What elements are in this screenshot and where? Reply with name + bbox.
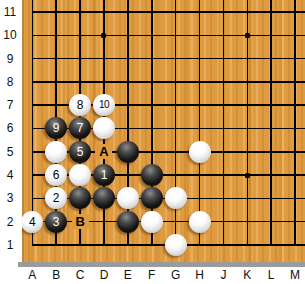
intersection[interactable] [235, 117, 259, 140]
intersection[interactable] [188, 210, 212, 233]
intersection[interactable] [283, 0, 305, 23]
point-label: A [95, 144, 112, 159]
column-coordinates: ABCDEFGHJKLM [20, 266, 305, 284]
intersection[interactable] [116, 0, 140, 23]
intersection[interactable] [68, 233, 92, 256]
col-label: G [164, 266, 188, 284]
row-label: 9 [0, 47, 20, 70]
move-number: 3 [53, 216, 60, 228]
intersection[interactable] [259, 94, 283, 117]
intersection[interactable] [259, 70, 283, 93]
intersection[interactable] [44, 70, 68, 93]
intersection[interactable] [68, 70, 92, 93]
intersection[interactable] [164, 163, 188, 186]
intersection[interactable] [283, 94, 305, 117]
intersection[interactable] [235, 70, 259, 93]
col-label: F [140, 266, 164, 284]
intersection[interactable] [44, 47, 68, 70]
col-label: E [116, 266, 140, 284]
stone-white [45, 141, 67, 163]
intersection[interactable] [188, 140, 212, 163]
intersection[interactable] [283, 140, 305, 163]
intersection[interactable] [211, 94, 235, 117]
row-label: 8 [0, 70, 20, 93]
intersection[interactable] [164, 140, 188, 163]
stone-white: 6 [45, 164, 67, 186]
move-number: 5 [77, 146, 84, 158]
intersection[interactable]: 2 [44, 187, 68, 210]
intersection[interactable] [22, 163, 44, 186]
intersection[interactable] [259, 47, 283, 70]
row-label: 4 [0, 163, 20, 186]
intersection[interactable] [211, 140, 235, 163]
intersection[interactable] [211, 187, 235, 210]
intersection[interactable] [235, 94, 259, 117]
intersection[interactable] [22, 70, 44, 93]
intersection[interactable] [188, 187, 212, 210]
intersection[interactable] [235, 210, 259, 233]
board-grid: 810975A61243B [22, 0, 305, 256]
intersection[interactable] [44, 233, 68, 256]
intersection[interactable] [140, 187, 164, 210]
intersection[interactable] [211, 70, 235, 93]
intersection[interactable] [22, 47, 44, 70]
intersection[interactable] [283, 187, 305, 210]
intersection[interactable] [235, 0, 259, 23]
intersection[interactable] [235, 187, 259, 210]
intersection[interactable] [164, 117, 188, 140]
intersection[interactable] [92, 187, 116, 210]
row-label: 3 [0, 187, 20, 210]
intersection[interactable] [283, 24, 305, 47]
intersection[interactable]: 4 [22, 210, 44, 233]
intersection[interactable] [22, 0, 44, 23]
intersection[interactable] [259, 117, 283, 140]
intersection[interactable] [283, 233, 305, 256]
stone-black [117, 211, 139, 233]
intersection[interactable] [116, 187, 140, 210]
intersection[interactable] [188, 94, 212, 117]
stone-black: 3 [45, 211, 67, 233]
stone-black [141, 164, 163, 186]
intersection[interactable] [283, 117, 305, 140]
intersection[interactable] [235, 24, 259, 47]
stone-black: 7 [69, 117, 91, 139]
intersection[interactable] [44, 0, 68, 23]
stone-black: 9 [45, 117, 67, 139]
intersection[interactable] [188, 24, 212, 47]
intersection[interactable] [211, 210, 235, 233]
stone-black: 5 [69, 141, 91, 163]
intersection[interactable] [188, 117, 212, 140]
star-point [245, 33, 250, 38]
col-label: D [92, 266, 116, 284]
stone-white: 2 [45, 187, 67, 209]
intersection[interactable] [259, 24, 283, 47]
intersection[interactable] [164, 233, 188, 256]
intersection[interactable] [188, 47, 212, 70]
col-label: L [259, 266, 283, 284]
intersection[interactable] [283, 210, 305, 233]
intersection[interactable] [68, 24, 92, 47]
intersection[interactable] [116, 117, 140, 140]
intersection[interactable] [211, 163, 235, 186]
stone-white [141, 211, 163, 233]
intersection[interactable] [259, 233, 283, 256]
stone-black [93, 187, 115, 209]
board-surface: 810975A61243B [22, 0, 305, 262]
intersection[interactable] [140, 94, 164, 117]
col-label: J [211, 266, 235, 284]
move-number: 9 [53, 122, 60, 134]
intersection[interactable] [164, 210, 188, 233]
intersection[interactable] [92, 210, 116, 233]
intersection[interactable] [116, 140, 140, 163]
intersection[interactable] [68, 163, 92, 186]
intersection[interactable]: A [92, 140, 116, 163]
stone-white: 10 [93, 94, 115, 116]
intersection[interactable] [164, 70, 188, 93]
intersection[interactable] [140, 0, 164, 23]
intersection[interactable] [235, 233, 259, 256]
stone-black [141, 187, 163, 209]
intersection[interactable] [211, 24, 235, 47]
intersection[interactable] [211, 47, 235, 70]
intersection[interactable] [211, 0, 235, 23]
intersection[interactable] [22, 233, 44, 256]
intersection[interactable] [283, 163, 305, 186]
intersection[interactable]: 9 [44, 117, 68, 140]
intersection[interactable] [188, 163, 212, 186]
intersection[interactable] [259, 210, 283, 233]
row-label: 7 [0, 94, 20, 117]
intersection[interactable] [140, 233, 164, 256]
row-label: 6 [0, 117, 20, 140]
star-point [101, 33, 106, 38]
move-number: 6 [53, 169, 60, 181]
move-number: 1 [101, 169, 108, 181]
intersection[interactable] [44, 24, 68, 47]
col-label: H [188, 266, 212, 284]
intersection[interactable] [235, 163, 259, 186]
intersection[interactable] [164, 94, 188, 117]
intersection[interactable] [164, 187, 188, 210]
intersection[interactable] [22, 117, 44, 140]
col-label: B [44, 266, 68, 284]
intersection[interactable]: 6 [44, 163, 68, 186]
intersection[interactable] [140, 140, 164, 163]
row-label: 5 [0, 140, 20, 163]
intersection[interactable] [235, 47, 259, 70]
stone-white [189, 211, 211, 233]
intersection[interactable] [140, 210, 164, 233]
row-label: 1 [0, 233, 20, 256]
move-number: 7 [77, 122, 84, 134]
intersection[interactable] [92, 47, 116, 70]
intersection[interactable] [116, 94, 140, 117]
intersection[interactable] [259, 140, 283, 163]
intersection[interactable] [92, 0, 116, 23]
intersection[interactable] [140, 163, 164, 186]
intersection[interactable] [164, 0, 188, 23]
move-number: 8 [77, 99, 84, 111]
intersection[interactable] [68, 47, 92, 70]
intersection[interactable] [211, 233, 235, 256]
intersection[interactable] [22, 187, 44, 210]
intersection[interactable] [116, 233, 140, 256]
intersection[interactable] [259, 0, 283, 23]
intersection[interactable] [116, 163, 140, 186]
go-board: 810975A61243B 1110987654321 ABCDEFGHJKLM [0, 0, 305, 284]
stone-black [117, 141, 139, 163]
row-label: 11 [0, 0, 20, 23]
intersection[interactable] [188, 70, 212, 93]
intersection[interactable] [188, 233, 212, 256]
intersection[interactable] [259, 187, 283, 210]
intersection[interactable] [140, 24, 164, 47]
intersection[interactable] [211, 117, 235, 140]
col-label: M [283, 266, 305, 284]
stone-white [165, 187, 187, 209]
intersection[interactable] [22, 94, 44, 117]
intersection[interactable]: 10 [92, 94, 116, 117]
point-label: B [72, 214, 89, 229]
star-point [245, 173, 250, 178]
intersection[interactable] [44, 94, 68, 117]
intersection[interactable] [116, 210, 140, 233]
intersection[interactable] [92, 70, 116, 93]
intersection[interactable] [116, 24, 140, 47]
intersection[interactable] [164, 24, 188, 47]
col-label: A [20, 266, 44, 284]
intersection[interactable] [68, 187, 92, 210]
stone-white [117, 187, 139, 209]
intersection[interactable] [283, 70, 305, 93]
intersection[interactable] [259, 163, 283, 186]
intersection[interactable] [283, 47, 305, 70]
intersection[interactable]: B [68, 210, 92, 233]
intersection[interactable]: 8 [68, 94, 92, 117]
intersection[interactable]: 7 [68, 117, 92, 140]
intersection[interactable] [188, 0, 212, 23]
stone-black [69, 187, 91, 209]
intersection[interactable] [44, 140, 68, 163]
intersection[interactable] [92, 24, 116, 47]
intersection[interactable] [22, 140, 44, 163]
move-number: 10 [99, 100, 109, 110]
col-label: C [68, 266, 92, 284]
intersection[interactable] [92, 117, 116, 140]
move-number: 4 [29, 216, 36, 228]
intersection[interactable]: 3 [44, 210, 68, 233]
intersection[interactable]: 1 [92, 163, 116, 186]
col-label: K [235, 266, 259, 284]
intersection[interactable] [235, 140, 259, 163]
intersection[interactable] [140, 47, 164, 70]
stone-white [93, 117, 115, 139]
intersection[interactable] [140, 117, 164, 140]
row-label: 10 [0, 24, 20, 47]
stone-white: 8 [69, 94, 91, 116]
row-coordinates: 1110987654321 [0, 0, 20, 256]
stone-white [165, 234, 187, 256]
stone-white [189, 141, 211, 163]
intersection[interactable]: 5 [68, 140, 92, 163]
intersection[interactable] [68, 0, 92, 23]
row-label: 2 [0, 210, 20, 233]
stone-black: 1 [93, 164, 115, 186]
intersection[interactable] [22, 24, 44, 47]
intersection[interactable] [164, 47, 188, 70]
move-number: 2 [53, 192, 60, 204]
intersection[interactable] [140, 70, 164, 93]
intersection[interactable] [116, 70, 140, 93]
stone-white: 4 [22, 211, 43, 233]
intersection[interactable] [92, 233, 116, 256]
stone-white [69, 164, 91, 186]
intersection[interactable] [116, 47, 140, 70]
